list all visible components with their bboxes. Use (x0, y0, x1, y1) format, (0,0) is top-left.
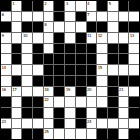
white-cell-r12c12[interactable] (119, 119, 129, 129)
black-cell-r5c4 (33, 44, 43, 54)
black-cell-r7c9 (87, 65, 97, 75)
black-cell-r1c13 (129, 1, 139, 11)
black-cell-r6c4 (33, 54, 43, 64)
black-cell-r5c2 (12, 44, 22, 54)
white-cell-r3c6[interactable] (54, 22, 64, 32)
black-cell-r3c9 (87, 22, 97, 32)
black-cell-r4c6 (54, 33, 64, 43)
clue-number-2: 2 (44, 1, 46, 6)
crossword-board: 1234567891011121314151617181920212223242… (0, 0, 140, 140)
white-cell-r9c9[interactable]: 20 (87, 87, 97, 97)
clue-number-7: 7 (87, 12, 89, 17)
black-cell-r3c4 (33, 22, 43, 32)
clue-number-25: 25 (44, 129, 48, 134)
black-cell-r8c7 (65, 76, 75, 86)
white-cell-r11c7[interactable] (65, 108, 75, 118)
clue-number-24: 24 (87, 119, 91, 124)
black-cell-r11c8 (76, 108, 86, 118)
black-cell-r13c4 (33, 129, 43, 139)
black-cell-r1c10 (97, 1, 107, 11)
clue-number-10: 10 (23, 33, 27, 38)
white-cell-r1c8[interactable] (76, 1, 86, 11)
white-cell-r4c7[interactable] (65, 33, 75, 43)
white-cell-r13c12[interactable] (119, 129, 129, 139)
black-cell-r3c10 (97, 22, 107, 32)
white-cell-r9c10[interactable] (97, 87, 107, 97)
black-cell-r8c13 (129, 76, 139, 86)
white-cell-r10c2[interactable] (12, 97, 22, 107)
white-cell-r7c10[interactable]: 15 (97, 65, 107, 75)
black-cell-r1c6 (54, 1, 64, 11)
black-cell-r8c12 (119, 76, 129, 86)
white-cell-r13c6[interactable] (54, 129, 64, 139)
white-cell-r2c7[interactable] (65, 12, 75, 22)
black-cell-r6c12 (119, 54, 129, 64)
clue-number-20: 20 (87, 87, 91, 92)
clue-number-8: 8 (44, 22, 46, 27)
white-cell-r7c12[interactable] (119, 65, 129, 75)
white-cell-r12c9[interactable]: 24 (87, 119, 97, 129)
white-cell-r12c7[interactable] (65, 119, 75, 129)
white-cell-r1c7[interactable]: 3 (65, 1, 75, 11)
white-cell-r4c11[interactable] (108, 33, 118, 43)
white-cell-r2c9[interactable]: 7 (87, 12, 97, 22)
white-cell-r9c4[interactable] (33, 87, 43, 97)
white-cell-r3c8[interactable] (76, 22, 86, 32)
black-cell-r13c13 (129, 129, 139, 139)
black-cell-r8c2 (12, 76, 22, 86)
white-cell-r12c5[interactable] (44, 119, 54, 129)
black-cell-r13c3 (22, 129, 32, 139)
white-cell-r9c5[interactable]: 18 (44, 87, 54, 97)
black-cell-r12c6 (54, 119, 64, 129)
black-cell-r7c8 (76, 65, 86, 75)
white-cell-r5c13[interactable] (129, 44, 139, 54)
white-cell-r1c5[interactable]: 2 (44, 1, 54, 11)
white-cell-r4c12[interactable] (119, 33, 129, 43)
white-cell-r2c1[interactable]: 6 (1, 12, 11, 22)
white-cell-r2c4[interactable] (33, 12, 43, 22)
white-cell-r2c12[interactable] (119, 12, 129, 22)
white-cell-r10c5[interactable]: 22 (44, 97, 54, 107)
clue-number-6: 6 (2, 12, 4, 17)
black-cell-r10c11 (108, 97, 118, 107)
clue-number-9: 9 (2, 33, 4, 38)
black-cell-r3c12 (119, 22, 129, 32)
black-cell-r4c8 (76, 33, 86, 43)
white-cell-r2c10[interactable] (97, 12, 107, 22)
clue-number-14: 14 (2, 65, 6, 70)
white-cell-r1c9[interactable]: 4 (87, 1, 97, 11)
white-cell-r12c11[interactable] (108, 119, 118, 129)
black-cell-r8c9 (87, 76, 97, 86)
clue-number-15: 15 (98, 65, 102, 70)
white-cell-r9c3[interactable] (22, 87, 32, 97)
white-cell-r13c8[interactable] (76, 129, 86, 139)
clue-number-11: 11 (87, 33, 91, 38)
white-cell-r4c1[interactable]: 9 (1, 33, 11, 43)
white-cell-r7c11[interactable] (108, 65, 118, 75)
white-cell-r12c4[interactable] (33, 119, 43, 129)
white-cell-r3c11[interactable] (108, 22, 118, 32)
black-cell-r5c8 (76, 44, 86, 54)
black-cell-r2c6 (54, 12, 64, 22)
black-cell-r5c6 (54, 44, 64, 54)
black-cell-r1c4 (33, 1, 43, 11)
black-cell-r5c12 (119, 44, 129, 54)
black-cell-r6c8 (76, 54, 86, 64)
clue-number-17: 17 (12, 87, 16, 92)
white-cell-r9c13[interactable] (129, 87, 139, 97)
white-cell-r7c4[interactable] (33, 65, 43, 75)
white-cell-r3c7[interactable] (65, 22, 75, 32)
white-cell-r13c2[interactable] (12, 129, 22, 139)
black-cell-r10c4 (33, 97, 43, 107)
clue-number-18: 18 (44, 87, 48, 92)
black-cell-r7c6 (54, 65, 64, 75)
black-cell-r8c8 (76, 76, 86, 86)
black-cell-r6c2 (12, 54, 22, 64)
black-cell-r6c6 (54, 54, 64, 64)
white-cell-r10c9[interactable] (87, 97, 97, 107)
clue-number-22: 22 (44, 97, 48, 102)
black-cell-r6c5 (44, 54, 54, 64)
black-cell-r8c5 (44, 76, 54, 86)
black-cell-r10c13 (129, 97, 139, 107)
clue-number-19: 19 (66, 87, 70, 92)
white-cell-r5c3[interactable] (22, 44, 32, 54)
white-cell-r6c10[interactable] (97, 54, 107, 64)
black-cell-r9c11 (108, 87, 118, 97)
black-cell-r1c12 (119, 1, 129, 11)
white-cell-r8c1[interactable] (1, 76, 11, 86)
white-cell-r5c1[interactable] (1, 44, 11, 54)
black-cell-r9c6 (54, 87, 64, 97)
black-cell-r9c8 (76, 87, 86, 97)
white-cell-r7c2[interactable] (12, 65, 22, 75)
black-cell-r3c1 (1, 22, 11, 32)
white-cell-r1c11[interactable]: 5 (108, 1, 118, 11)
white-cell-r1c2[interactable]: 1 (12, 1, 22, 11)
black-cell-r11c6 (54, 108, 64, 118)
white-cell-r12c3[interactable] (22, 119, 32, 129)
black-cell-r13c1 (1, 129, 11, 139)
clue-number-13: 13 (130, 33, 134, 38)
black-cell-r11c10 (97, 108, 107, 118)
white-cell-r11c12[interactable] (119, 108, 129, 118)
white-cell-r9c2[interactable]: 17 (12, 87, 22, 97)
white-cell-r4c2[interactable] (12, 33, 22, 43)
white-cell-r2c5[interactable] (44, 12, 54, 22)
black-cell-r11c4 (33, 108, 43, 118)
white-cell-r7c3[interactable] (22, 65, 32, 75)
black-cell-r10c1 (1, 97, 11, 107)
black-cell-r5c7 (65, 44, 75, 54)
white-cell-r7c13[interactable] (129, 65, 139, 75)
black-cell-r6c7 (65, 54, 75, 64)
white-cell-r9c7[interactable]: 19 (65, 87, 75, 97)
black-cell-r8c6 (54, 76, 64, 86)
white-cell-r9c12[interactable]: 21 (119, 87, 129, 97)
white-cell-r13c9[interactable] (87, 129, 97, 139)
black-cell-r7c5 (44, 65, 54, 75)
white-cell-r8c3[interactable] (22, 76, 32, 86)
black-cell-r2c8 (76, 12, 86, 22)
white-cell-r4c13[interactable]: 13 (129, 33, 139, 43)
white-cell-r11c5[interactable] (44, 108, 54, 118)
white-cell-r2c13[interactable] (129, 12, 139, 22)
white-cell-r5c10[interactable] (97, 44, 107, 54)
white-cell-r8c10[interactable] (97, 76, 107, 86)
white-cell-r13c7[interactable] (65, 129, 75, 139)
white-cell-r6c3[interactable] (22, 54, 32, 64)
clue-number-16: 16 (2, 87, 6, 92)
white-cell-r3c2[interactable] (12, 22, 22, 32)
white-cell-r4c9[interactable]: 11 (87, 33, 97, 43)
black-cell-r8c11 (108, 76, 118, 86)
white-cell-r4c5[interactable] (44, 33, 54, 43)
white-cell-r12c2[interactable] (12, 119, 22, 129)
white-cell-r10c8[interactable] (76, 97, 86, 107)
white-cell-r2c11[interactable] (108, 12, 118, 22)
black-cell-r6c9 (87, 54, 97, 64)
white-cell-r4c4[interactable] (33, 33, 43, 43)
black-cell-r5c9 (87, 44, 97, 54)
white-cell-r2c3[interactable] (22, 12, 32, 22)
black-cell-r11c3 (22, 108, 32, 118)
white-cell-r10c12[interactable] (119, 97, 129, 107)
black-cell-r11c13 (129, 108, 139, 118)
black-cell-r3c3 (22, 22, 32, 32)
clue-number-23: 23 (2, 119, 6, 124)
clue-number-1: 1 (12, 1, 14, 6)
white-cell-r12c13[interactable] (129, 119, 139, 129)
black-cell-r12c8 (76, 119, 86, 129)
white-cell-r6c13[interactable] (129, 54, 139, 64)
clue-number-4: 4 (87, 1, 89, 6)
black-cell-r7c7 (65, 65, 75, 75)
white-cell-r7c1[interactable]: 14 (1, 65, 11, 75)
clue-number-12: 12 (98, 33, 102, 38)
black-cell-r11c11 (108, 108, 118, 118)
black-cell-r10c3 (22, 97, 32, 107)
white-cell-r6c1[interactable] (1, 54, 11, 64)
white-cell-r10c7[interactable] (65, 97, 75, 107)
white-cell-r11c2[interactable] (12, 108, 22, 118)
white-cell-r13c5[interactable]: 25 (44, 129, 54, 139)
white-cell-r5c5[interactable] (44, 44, 54, 54)
white-cell-r10c6[interactable] (54, 97, 64, 107)
clue-number-5: 5 (108, 1, 110, 6)
black-cell-r5c11 (108, 44, 118, 54)
black-cell-r11c1 (1, 108, 11, 118)
black-cell-r1c1 (1, 1, 11, 11)
clue-number-3: 3 (66, 1, 68, 6)
white-cell-r3c5[interactable]: 8 (44, 22, 54, 32)
black-cell-r13c10 (97, 129, 107, 139)
black-cell-r6c11 (108, 54, 118, 64)
white-cell-r4c10[interactable]: 12 (97, 33, 107, 43)
white-cell-r10c10[interactable] (97, 97, 107, 107)
white-cell-r4c3[interactable]: 10 (22, 33, 32, 43)
white-cell-r12c10[interactable] (97, 119, 107, 129)
white-cell-r9c1[interactable]: 16 (1, 87, 11, 97)
white-cell-r2c2[interactable] (12, 12, 22, 22)
white-cell-r11c9[interactable] (87, 108, 97, 118)
black-cell-r13c11 (108, 129, 118, 139)
clue-number-21: 21 (119, 87, 123, 92)
black-cell-r1c3 (22, 1, 32, 11)
white-cell-r12c1[interactable]: 23 (1, 119, 11, 129)
black-cell-r8c4 (33, 76, 43, 86)
black-cell-r3c13 (129, 22, 139, 32)
